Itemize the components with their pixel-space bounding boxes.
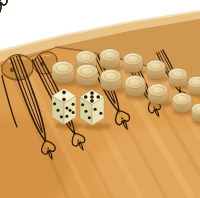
checker[interactable] <box>123 53 146 76</box>
checker[interactable] <box>169 68 191 90</box>
checker[interactable] <box>100 69 125 94</box>
checker[interactable] <box>124 75 149 100</box>
checker[interactable] <box>148 84 172 108</box>
checker[interactable] <box>52 61 78 87</box>
die[interactable] <box>80 90 111 131</box>
checker[interactable] <box>100 49 124 73</box>
checker[interactable] <box>191 103 200 126</box>
checker[interactable] <box>188 76 200 98</box>
checker[interactable] <box>76 64 102 90</box>
backgammon-photo <box>0 0 200 198</box>
checker[interactable] <box>146 60 169 83</box>
die[interactable] <box>52 89 83 130</box>
pieces-layer <box>0 0 200 198</box>
